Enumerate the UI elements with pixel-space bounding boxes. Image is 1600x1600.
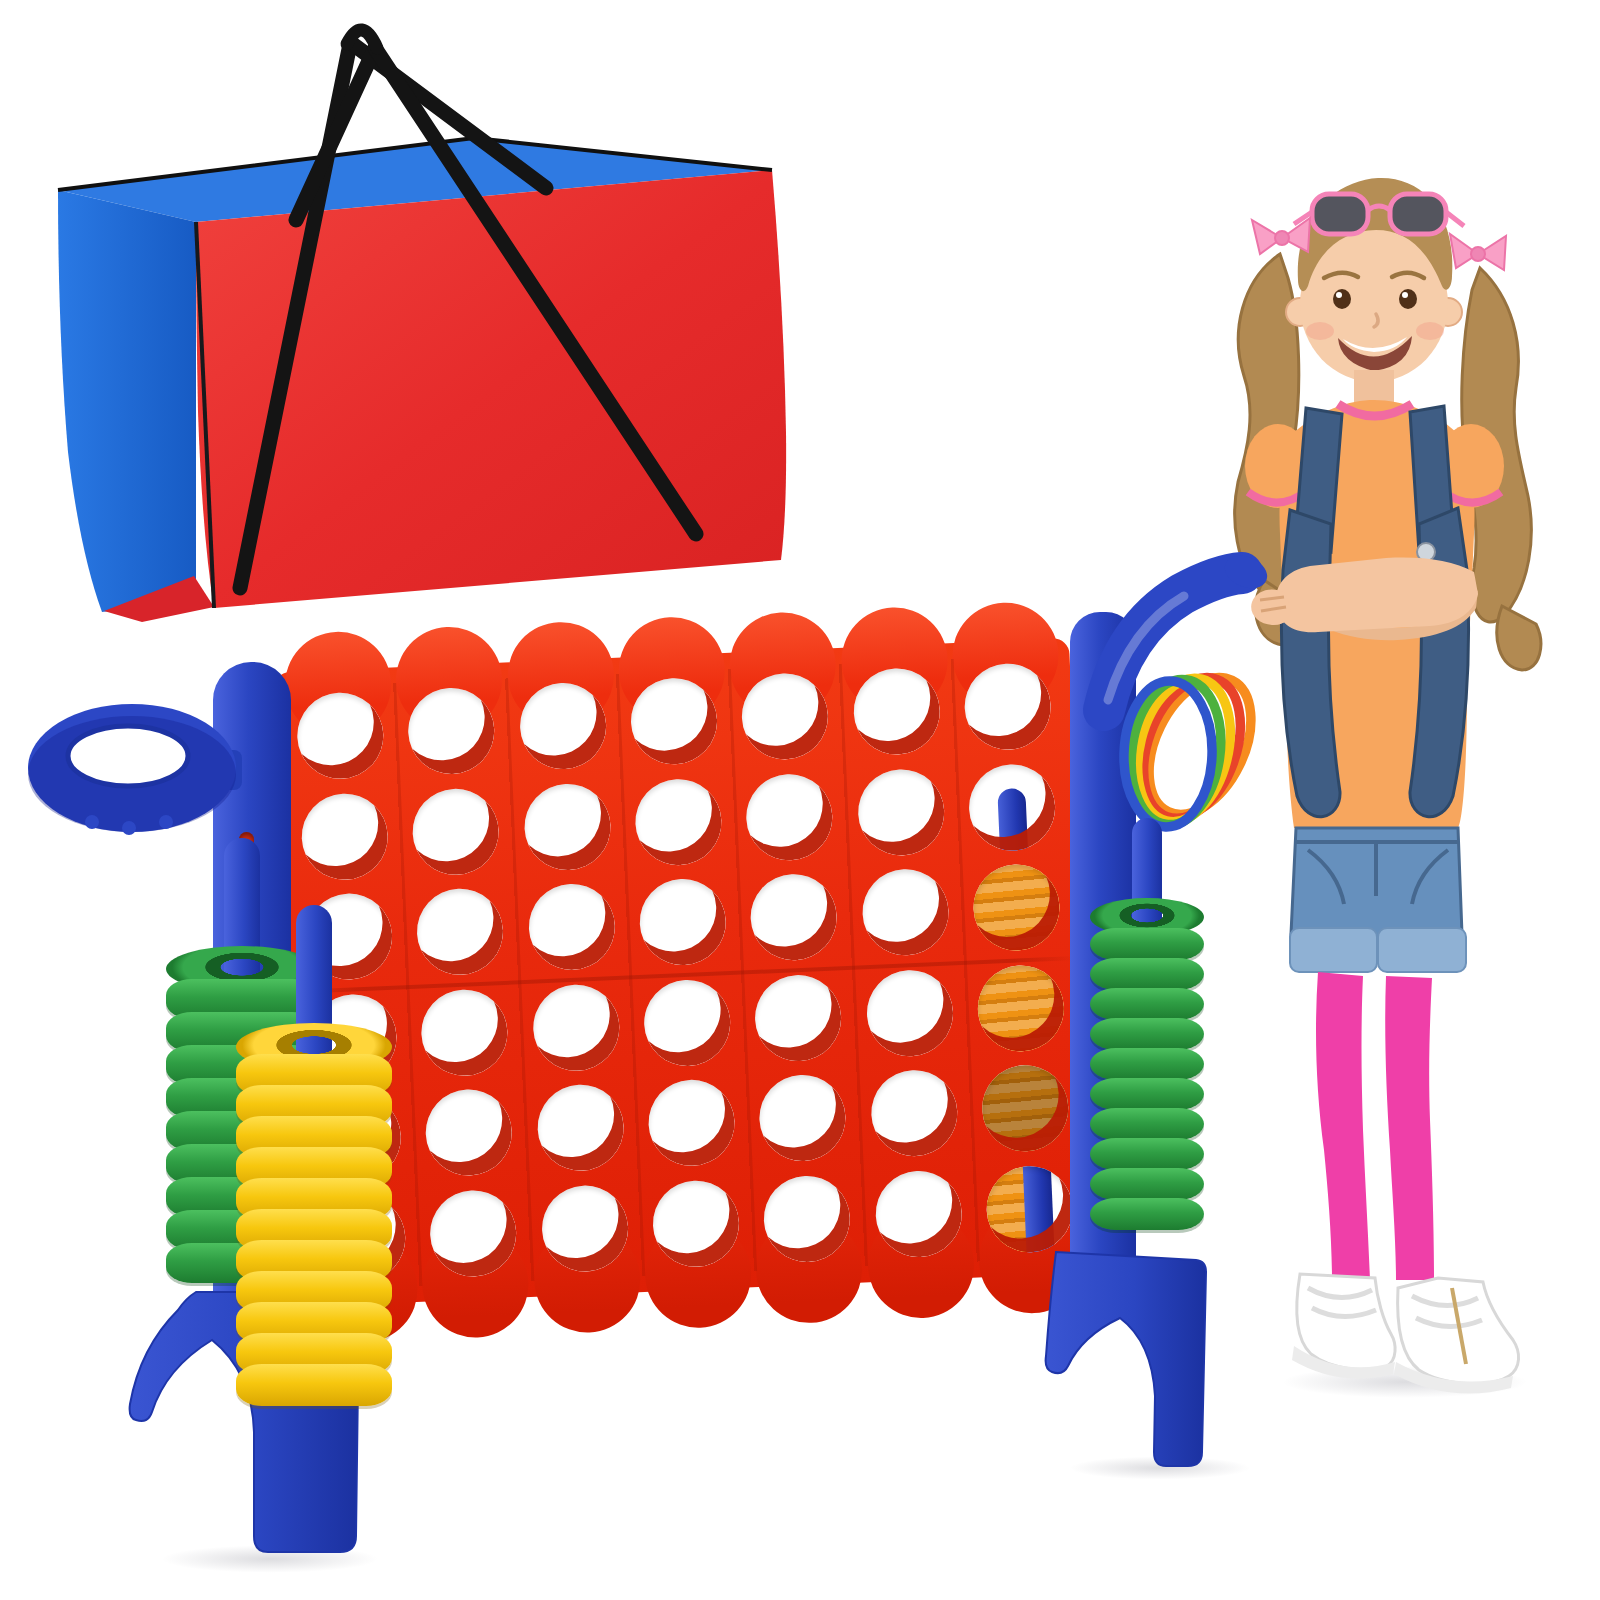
right-foot: [1046, 1252, 1206, 1466]
basketball-hoop: [26, 700, 242, 840]
green-storage-disc: [1090, 1108, 1204, 1140]
green-storage-disc: [1090, 1078, 1204, 1110]
green-storage-disc: [1090, 1018, 1204, 1050]
yellow-storage-disc: [236, 1364, 392, 1406]
green-storage-disc: [1090, 928, 1204, 960]
hoop-bump: [159, 815, 173, 829]
green-storage-disc: [1090, 1138, 1204, 1170]
disc-stack-right-green: [1090, 818, 1204, 1258]
hoop-bump: [85, 815, 99, 829]
disc-stack-front-yellow: [236, 905, 392, 1425]
green-storage-disc: [1090, 1048, 1204, 1080]
green-storage-disc: [1090, 1168, 1204, 1200]
green-storage-disc: [1090, 988, 1204, 1020]
green-storage-disc: [1090, 958, 1204, 990]
hoop-bump: [122, 821, 136, 835]
product-photo-stage: ●●●●: [0, 0, 1600, 1600]
green-storage-disc: [1090, 1198, 1204, 1230]
